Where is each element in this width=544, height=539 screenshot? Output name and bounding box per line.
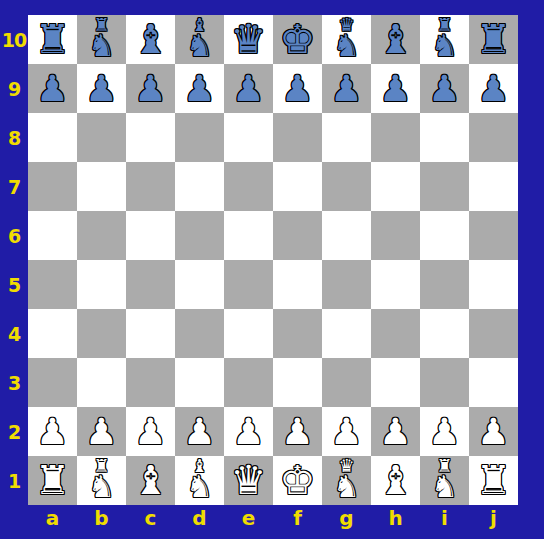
file-label-f: f <box>273 505 322 539</box>
square-c1[interactable]: ♝ <box>126 456 175 505</box>
pawn-glyph: ♟ <box>322 407 371 456</box>
square-f4[interactable] <box>273 309 322 358</box>
square-g6[interactable] <box>322 211 371 260</box>
bishop-glyph: ♝ <box>126 15 175 64</box>
square-g3[interactable] <box>322 358 371 407</box>
pawn-glyph: ♟ <box>469 407 518 456</box>
piece-blue-pawn[interactable]: ♟ <box>175 64 224 113</box>
square-e7[interactable] <box>224 162 273 211</box>
square-g1[interactable]: ♛♞ <box>322 456 371 505</box>
pawn-glyph: ♟ <box>371 407 420 456</box>
square-j9[interactable]: ♟ <box>469 64 518 113</box>
square-c4[interactable] <box>126 309 175 358</box>
piece-white-bishop[interactable]: ♝ <box>126 456 175 505</box>
piece-blue-queen[interactable]: ♛ <box>224 15 273 64</box>
board-frame: 10987654321 ♜♜♞♝♝♞♛♚♛♞♝♜♞♜♟♟♟♟♟♟♟♟♟♟♟♟♟♟… <box>0 0 544 539</box>
piece-blue-king[interactable]: ♚ <box>273 15 322 64</box>
piece-blue-bishop[interactable]: ♝ <box>371 15 420 64</box>
chancellor-knight-glyph: ♞ <box>77 31 126 61</box>
square-d8[interactable] <box>175 113 224 162</box>
piece-blue-pawn[interactable]: ♟ <box>126 64 175 113</box>
queen-glyph: ♛ <box>224 456 273 505</box>
square-j4[interactable] <box>469 309 518 358</box>
square-f8[interactable] <box>273 113 322 162</box>
pawn-glyph: ♟ <box>469 64 518 113</box>
square-b7[interactable] <box>77 162 126 211</box>
piece-blue-pawn[interactable]: ♟ <box>77 64 126 113</box>
square-i5[interactable] <box>420 260 469 309</box>
square-a2[interactable]: ♟ <box>28 407 77 456</box>
chancellor-knight-glyph: ♞ <box>77 472 126 502</box>
square-f10[interactable]: ♚ <box>273 15 322 64</box>
piece-blue-amazon[interactable]: ♛♞ <box>322 15 371 64</box>
piece-white-pawn[interactable]: ♟ <box>273 407 322 456</box>
square-a1[interactable]: ♜ <box>28 456 77 505</box>
bishop-glyph: ♝ <box>371 15 420 64</box>
piece-blue-archbishop[interactable]: ♝♞ <box>175 15 224 64</box>
square-b3[interactable] <box>77 358 126 407</box>
square-e3[interactable] <box>224 358 273 407</box>
pawn-glyph: ♟ <box>273 64 322 113</box>
square-g10[interactable]: ♛♞ <box>322 15 371 64</box>
rank-label-7: 7 <box>0 162 28 211</box>
square-d9[interactable]: ♟ <box>175 64 224 113</box>
square-h4[interactable] <box>371 309 420 358</box>
square-d7[interactable] <box>175 162 224 211</box>
square-e1[interactable]: ♛ <box>224 456 273 505</box>
square-h8[interactable] <box>371 113 420 162</box>
square-g5[interactable] <box>322 260 371 309</box>
square-h2[interactable]: ♟ <box>371 407 420 456</box>
square-i3[interactable] <box>420 358 469 407</box>
rank-label-2: 2 <box>0 407 28 456</box>
piece-blue-pawn[interactable]: ♟ <box>420 64 469 113</box>
piece-blue-pawn[interactable]: ♟ <box>469 64 518 113</box>
piece-white-pawn[interactable]: ♟ <box>77 407 126 456</box>
rook-glyph: ♜ <box>469 456 518 505</box>
square-j2[interactable]: ♟ <box>469 407 518 456</box>
pawn-glyph: ♟ <box>126 64 175 113</box>
square-c8[interactable] <box>126 113 175 162</box>
archbishop-knight-glyph: ♞ <box>175 31 224 61</box>
piece-white-pawn[interactable]: ♟ <box>224 407 273 456</box>
pawn-glyph: ♟ <box>322 64 371 113</box>
piece-blue-pawn[interactable]: ♟ <box>273 64 322 113</box>
square-b9[interactable]: ♟ <box>77 64 126 113</box>
square-a4[interactable] <box>28 309 77 358</box>
square-f1[interactable]: ♚ <box>273 456 322 505</box>
square-h1[interactable]: ♝ <box>371 456 420 505</box>
square-g7[interactable] <box>322 162 371 211</box>
square-b1[interactable]: ♜♞ <box>77 456 126 505</box>
pawn-glyph: ♟ <box>77 407 126 456</box>
piece-blue-bishop[interactable]: ♝ <box>126 15 175 64</box>
square-e2[interactable]: ♟ <box>224 407 273 456</box>
square-g2[interactable]: ♟ <box>322 407 371 456</box>
piece-white-rook[interactable]: ♜ <box>469 456 518 505</box>
square-a5[interactable] <box>28 260 77 309</box>
piece-white-archbishop[interactable]: ♝♞ <box>175 456 224 505</box>
rank-label-9: 9 <box>0 64 28 113</box>
chancellor-knight-glyph: ♞ <box>420 31 469 61</box>
archbishop-knight-glyph: ♞ <box>175 472 224 502</box>
square-j7[interactable] <box>469 162 518 211</box>
piece-white-chancellor[interactable]: ♜♞ <box>420 456 469 505</box>
king-glyph: ♚ <box>273 456 322 505</box>
square-c7[interactable] <box>126 162 175 211</box>
rank-label-10: 10 <box>0 15 28 64</box>
square-j5[interactable] <box>469 260 518 309</box>
square-a8[interactable] <box>28 113 77 162</box>
square-c2[interactable]: ♟ <box>126 407 175 456</box>
square-f7[interactable] <box>273 162 322 211</box>
square-j6[interactable] <box>469 211 518 260</box>
file-label-g: g <box>322 505 371 539</box>
square-i4[interactable] <box>420 309 469 358</box>
rank-label-8: 8 <box>0 113 28 162</box>
square-e10[interactable]: ♛ <box>224 15 273 64</box>
square-b5[interactable] <box>77 260 126 309</box>
square-b10[interactable]: ♜♞ <box>77 15 126 64</box>
rook-glyph: ♜ <box>28 456 77 505</box>
file-label-c: c <box>126 505 175 539</box>
square-e9[interactable]: ♟ <box>224 64 273 113</box>
file-label-j: j <box>469 505 518 539</box>
square-f3[interactable] <box>273 358 322 407</box>
square-i10[interactable]: ♜♞ <box>420 15 469 64</box>
piece-white-pawn[interactable]: ♟ <box>28 407 77 456</box>
square-a9[interactable]: ♟ <box>28 64 77 113</box>
square-d6[interactable] <box>175 211 224 260</box>
square-g8[interactable] <box>322 113 371 162</box>
piece-white-pawn[interactable]: ♟ <box>371 407 420 456</box>
square-j8[interactable] <box>469 113 518 162</box>
square-c6[interactable] <box>126 211 175 260</box>
square-h7[interactable] <box>371 162 420 211</box>
square-c5[interactable] <box>126 260 175 309</box>
pawn-glyph: ♟ <box>77 64 126 113</box>
chancellor-knight-glyph: ♞ <box>420 472 469 502</box>
piece-blue-rook[interactable]: ♜ <box>469 15 518 64</box>
square-c10[interactable]: ♝ <box>126 15 175 64</box>
rook-glyph: ♜ <box>28 15 77 64</box>
square-c3[interactable] <box>126 358 175 407</box>
rank-labels: 10987654321 <box>0 15 28 505</box>
square-h3[interactable] <box>371 358 420 407</box>
square-d1[interactable]: ♝♞ <box>175 456 224 505</box>
file-label-h: h <box>371 505 420 539</box>
pawn-glyph: ♟ <box>224 407 273 456</box>
file-label-i: i <box>420 505 469 539</box>
square-i2[interactable]: ♟ <box>420 407 469 456</box>
square-b2[interactable]: ♟ <box>77 407 126 456</box>
square-d4[interactable] <box>175 309 224 358</box>
square-f6[interactable] <box>273 211 322 260</box>
square-f5[interactable] <box>273 260 322 309</box>
piece-white-queen[interactable]: ♛ <box>224 456 273 505</box>
piece-white-king[interactable]: ♚ <box>273 456 322 505</box>
square-d2[interactable]: ♟ <box>175 407 224 456</box>
square-j10[interactable]: ♜ <box>469 15 518 64</box>
piece-white-chancellor[interactable]: ♜♞ <box>77 456 126 505</box>
square-e4[interactable] <box>224 309 273 358</box>
square-g4[interactable] <box>322 309 371 358</box>
board: ♜♜♞♝♝♞♛♚♛♞♝♜♞♜♟♟♟♟♟♟♟♟♟♟♟♟♟♟♟♟♟♟♟♟♜♜♞♝♝♞… <box>28 15 518 505</box>
file-labels: abcdefghij <box>28 505 518 539</box>
square-e5[interactable] <box>224 260 273 309</box>
square-i1[interactable]: ♜♞ <box>420 456 469 505</box>
pawn-glyph: ♟ <box>420 407 469 456</box>
square-f9[interactable]: ♟ <box>273 64 322 113</box>
square-h10[interactable]: ♝ <box>371 15 420 64</box>
pawn-glyph: ♟ <box>28 64 77 113</box>
piece-blue-pawn[interactable]: ♟ <box>371 64 420 113</box>
pawn-glyph: ♟ <box>126 407 175 456</box>
rank-label-3: 3 <box>0 358 28 407</box>
piece-white-rook[interactable]: ♜ <box>28 456 77 505</box>
piece-blue-chancellor[interactable]: ♜♞ <box>420 15 469 64</box>
square-a3[interactable] <box>28 358 77 407</box>
piece-white-pawn[interactable]: ♟ <box>469 407 518 456</box>
square-i6[interactable] <box>420 211 469 260</box>
pawn-glyph: ♟ <box>175 64 224 113</box>
square-a10[interactable]: ♜ <box>28 15 77 64</box>
square-e6[interactable] <box>224 211 273 260</box>
piece-white-bishop[interactable]: ♝ <box>371 456 420 505</box>
piece-blue-pawn[interactable]: ♟ <box>322 64 371 113</box>
square-a6[interactable] <box>28 211 77 260</box>
square-f2[interactable]: ♟ <box>273 407 322 456</box>
pawn-glyph: ♟ <box>224 64 273 113</box>
piece-blue-chancellor[interactable]: ♜♞ <box>77 15 126 64</box>
piece-blue-pawn[interactable]: ♟ <box>224 64 273 113</box>
bishop-glyph: ♝ <box>371 456 420 505</box>
file-label-e: e <box>224 505 273 539</box>
amazon-knight-glyph: ♞ <box>322 31 371 61</box>
piece-blue-pawn[interactable]: ♟ <box>28 64 77 113</box>
rank-label-1: 1 <box>0 456 28 505</box>
piece-white-pawn[interactable]: ♟ <box>175 407 224 456</box>
square-i7[interactable] <box>420 162 469 211</box>
pawn-glyph: ♟ <box>371 64 420 113</box>
square-b6[interactable] <box>77 211 126 260</box>
bishop-glyph: ♝ <box>126 456 175 505</box>
queen-glyph: ♛ <box>224 15 273 64</box>
square-b4[interactable] <box>77 309 126 358</box>
square-d10[interactable]: ♝♞ <box>175 15 224 64</box>
square-h6[interactable] <box>371 211 420 260</box>
square-d3[interactable] <box>175 358 224 407</box>
piece-white-pawn[interactable]: ♟ <box>420 407 469 456</box>
piece-white-amazon[interactable]: ♛♞ <box>322 456 371 505</box>
rank-label-5: 5 <box>0 260 28 309</box>
rank-label-6: 6 <box>0 211 28 260</box>
square-j1[interactable]: ♜ <box>469 456 518 505</box>
pawn-glyph: ♟ <box>420 64 469 113</box>
amazon-knight-glyph: ♞ <box>322 472 371 502</box>
square-g9[interactable]: ♟ <box>322 64 371 113</box>
piece-blue-rook[interactable]: ♜ <box>28 15 77 64</box>
pawn-glyph: ♟ <box>28 407 77 456</box>
pawn-glyph: ♟ <box>273 407 322 456</box>
square-i9[interactable]: ♟ <box>420 64 469 113</box>
file-label-b: b <box>77 505 126 539</box>
square-a7[interactable] <box>28 162 77 211</box>
square-i8[interactable] <box>420 113 469 162</box>
square-e8[interactable] <box>224 113 273 162</box>
square-j3[interactable] <box>469 358 518 407</box>
file-label-a: a <box>28 505 77 539</box>
square-c9[interactable]: ♟ <box>126 64 175 113</box>
square-d5[interactable] <box>175 260 224 309</box>
piece-white-pawn[interactable]: ♟ <box>126 407 175 456</box>
square-h5[interactable] <box>371 260 420 309</box>
square-h9[interactable]: ♟ <box>371 64 420 113</box>
file-label-d: d <box>175 505 224 539</box>
rook-glyph: ♜ <box>469 15 518 64</box>
piece-white-pawn[interactable]: ♟ <box>322 407 371 456</box>
pawn-glyph: ♟ <box>175 407 224 456</box>
square-b8[interactable] <box>77 113 126 162</box>
rank-label-4: 4 <box>0 309 28 358</box>
king-glyph: ♚ <box>273 15 322 64</box>
